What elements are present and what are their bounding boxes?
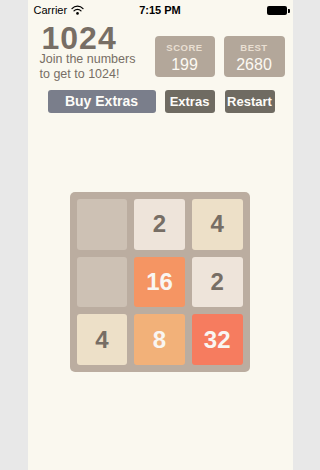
score-label: SCORE [155,42,215,53]
tile-2: 2 [134,199,185,250]
restart-button[interactable]: Restart [225,90,275,113]
clock: 7:15 PM [28,4,293,16]
tile-2: 2 [192,257,243,308]
subtitle: Join the numbers to get to 1024! [40,52,160,82]
best-box: BEST 2680 [224,36,285,77]
status-bar-right [267,6,287,15]
page-title: 1024 [42,22,117,54]
empty-cell [77,257,128,308]
status-bar: Carrier 7:15 PM [28,0,293,20]
score-box: SCORE 199 [155,36,215,77]
subtitle-line-1: Join the numbers [40,52,160,67]
score-value: 199 [155,56,215,74]
tile-16: 16 [134,257,185,308]
tile-32: 32 [192,314,243,365]
tile-4: 4 [192,199,243,250]
best-label: BEST [224,42,285,53]
app-screen: Carrier 7:15 PM 1024 Join the numbers to… [28,0,293,470]
board-grid[interactable]: 241624832 [70,192,250,372]
tile-8: 8 [134,314,185,365]
tile-4: 4 [77,314,128,365]
battery-icon [267,6,287,15]
empty-cell [77,199,128,250]
extras-button[interactable]: Extras [165,90,215,113]
subtitle-line-2: to get to 1024! [40,67,160,82]
buy-extras-button[interactable]: Buy Extras [48,90,156,113]
best-value: 2680 [224,56,285,74]
